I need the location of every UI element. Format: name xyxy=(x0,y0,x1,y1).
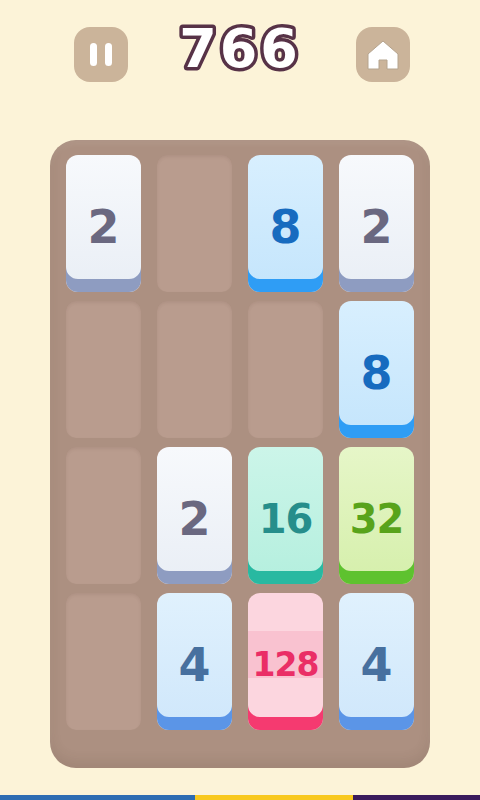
cell-r1c2 xyxy=(157,155,232,292)
bottom-strip-segment-gold xyxy=(195,795,353,800)
cell-r4c2: 4 xyxy=(157,593,232,730)
pause-button[interactable] xyxy=(74,27,128,82)
cell-r1c3: 8 xyxy=(248,155,323,292)
tile-number: 8 xyxy=(360,350,392,396)
tile-8: 8 xyxy=(248,155,323,292)
tile-4: 4 xyxy=(157,593,232,730)
cell-r4c3: 128 xyxy=(248,593,323,730)
cell-r3c4: 32 xyxy=(339,447,414,584)
tile-number: 4 xyxy=(360,642,392,688)
cell-r4c1 xyxy=(66,593,141,730)
tile-8: 8 xyxy=(339,301,414,438)
bottom-strip-segment-blue xyxy=(0,795,195,800)
tile-number: 16 xyxy=(259,499,313,539)
cell-r2c2 xyxy=(157,301,232,438)
cell-r2c4: 8 xyxy=(339,301,414,438)
cell-r3c2: 2 xyxy=(157,447,232,584)
home-button[interactable] xyxy=(356,27,410,82)
tile-32: 32 xyxy=(339,447,414,584)
bottom-strip-segment-purple xyxy=(353,795,480,800)
board-grid: 28282163241284 xyxy=(66,155,414,730)
bottom-strip xyxy=(0,795,480,800)
tile-2: 2 xyxy=(339,155,414,292)
tile-2: 2 xyxy=(157,447,232,584)
cell-r3c3: 16 xyxy=(248,447,323,584)
cell-r1c1: 2 xyxy=(66,155,141,292)
tile-number: 32 xyxy=(350,499,404,539)
game-board[interactable]: 28282163241284 xyxy=(50,140,430,768)
tile-128: 128 xyxy=(248,593,323,730)
cell-r4c4: 4 xyxy=(339,593,414,730)
cell-r1c4: 2 xyxy=(339,155,414,292)
tile-number: 128 xyxy=(253,648,319,681)
tile-number: 2 xyxy=(360,204,392,250)
pause-icon xyxy=(90,43,112,66)
tile-number: 4 xyxy=(178,642,210,688)
cell-r2c3 xyxy=(248,301,323,438)
cell-r2c1 xyxy=(66,301,141,438)
tile-16: 16 xyxy=(248,447,323,584)
screen: 766 28282163241284 xyxy=(0,0,480,800)
home-icon xyxy=(366,39,400,71)
tile-4: 4 xyxy=(339,593,414,730)
tile-number: 2 xyxy=(178,496,210,542)
score-text: 766 xyxy=(150,12,330,84)
cell-r3c1 xyxy=(66,447,141,584)
tile-2: 2 xyxy=(66,155,141,292)
score-value: 766 xyxy=(179,17,301,80)
tile-number: 2 xyxy=(87,204,119,250)
tile-number: 8 xyxy=(269,204,301,250)
